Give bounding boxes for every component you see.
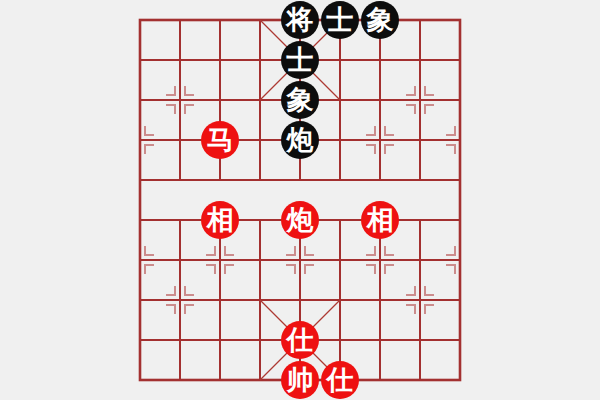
piece-black-advisor-2[interactable]: 士 bbox=[281, 41, 319, 79]
piece-black-advisor-1[interactable]: 士 bbox=[321, 1, 359, 39]
piece-black-general[interactable]: 将 bbox=[281, 1, 319, 39]
piece-black-elephant-1[interactable]: 象 bbox=[361, 1, 399, 39]
piece-red-king[interactable]: 帅 bbox=[281, 361, 319, 399]
piece-red-cannon[interactable]: 炮 bbox=[281, 201, 319, 239]
piece-red-horse[interactable]: 马 bbox=[201, 121, 239, 159]
piece-red-advisor-2[interactable]: 仕 bbox=[321, 361, 359, 399]
piece-red-elephant-2[interactable]: 相 bbox=[361, 201, 399, 239]
piece-red-advisor-1[interactable]: 仕 bbox=[281, 321, 319, 359]
piece-black-elephant-2[interactable]: 象 bbox=[281, 81, 319, 119]
piece-black-cannon[interactable]: 炮 bbox=[281, 121, 319, 159]
pieces-grid: 将士象士象炮马相炮相仕帅仕 bbox=[120, 0, 480, 400]
piece-red-elephant-1[interactable]: 相 bbox=[201, 201, 239, 239]
xiangqi-board-screen: 将士象士象炮马相炮相仕帅仕 bbox=[0, 0, 600, 400]
